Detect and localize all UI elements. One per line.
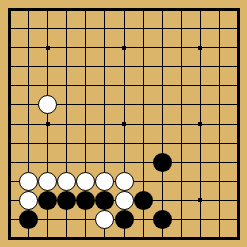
grid-line-vertical — [181, 8, 182, 240]
grid-line-horizontal — [8, 162, 240, 163]
grid-line-horizontal — [8, 143, 240, 144]
black-stone[interactable] — [76, 191, 95, 210]
black-stone[interactable] — [153, 210, 172, 229]
star-point — [198, 122, 202, 126]
white-stone[interactable] — [57, 172, 76, 191]
white-stone[interactable] — [115, 172, 134, 191]
white-stone[interactable] — [95, 172, 114, 191]
star-point — [122, 122, 126, 126]
board-frame-line — [237, 8, 240, 240]
grid-line-vertical — [162, 8, 163, 240]
white-stone[interactable] — [76, 172, 95, 191]
black-stone[interactable] — [19, 210, 38, 229]
black-stone[interactable] — [38, 191, 57, 210]
star-point — [198, 46, 202, 50]
white-stone[interactable] — [95, 210, 114, 229]
go-board[interactable] — [0, 0, 247, 247]
white-stone[interactable] — [38, 95, 57, 114]
black-stone[interactable] — [153, 153, 172, 172]
grid-line-vertical — [219, 8, 220, 240]
white-stone[interactable] — [19, 191, 38, 210]
star-point — [46, 122, 50, 126]
black-stone[interactable] — [134, 191, 153, 210]
star-point — [46, 46, 50, 50]
black-stone[interactable] — [95, 191, 114, 210]
white-stone[interactable] — [115, 191, 134, 210]
screenshot-root — [0, 0, 247, 247]
star-point — [198, 198, 202, 202]
white-stone[interactable] — [38, 172, 57, 191]
black-stone[interactable] — [115, 210, 134, 229]
board-frame-line — [8, 237, 240, 240]
black-stone[interactable] — [57, 191, 76, 210]
white-stone[interactable] — [19, 172, 38, 191]
star-point — [122, 46, 126, 50]
